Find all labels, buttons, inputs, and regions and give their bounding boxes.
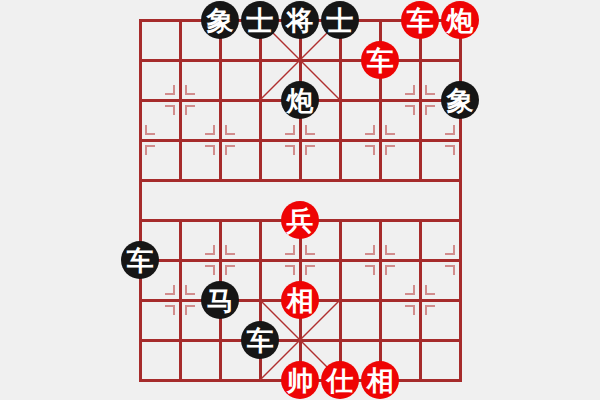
board-intersections[interactable]: 象士将士车炮车炮象兵车马相车帅仕相 — [120, 0, 480, 400]
piece-red-chariot[interactable]: 车 — [401, 1, 439, 39]
piece-red-advisor[interactable]: 仕 — [321, 361, 359, 399]
piece-black-horse[interactable]: 马 — [201, 281, 239, 319]
piece-red-elephant[interactable]: 相 — [361, 361, 399, 399]
piece-red-king[interactable]: 帅 — [281, 361, 319, 399]
piece-red-cannon[interactable]: 炮 — [441, 1, 479, 39]
piece-black-elephant[interactable]: 象 — [201, 1, 239, 39]
piece-black-chariot[interactable]: 车 — [121, 241, 159, 279]
piece-black-cannon[interactable]: 炮 — [281, 81, 319, 119]
piece-black-king[interactable]: 将 — [281, 1, 319, 39]
piece-red-soldier[interactable]: 兵 — [281, 201, 319, 239]
xiangqi-board: 象士将士车炮车炮象兵车马相车帅仕相 — [0, 0, 600, 400]
piece-black-elephant[interactable]: 象 — [441, 81, 479, 119]
piece-black-chariot[interactable]: 车 — [241, 321, 279, 359]
piece-black-advisor[interactable]: 士 — [241, 1, 279, 39]
piece-red-chariot[interactable]: 车 — [361, 41, 399, 79]
piece-black-advisor[interactable]: 士 — [321, 1, 359, 39]
piece-red-elephant[interactable]: 相 — [281, 281, 319, 319]
